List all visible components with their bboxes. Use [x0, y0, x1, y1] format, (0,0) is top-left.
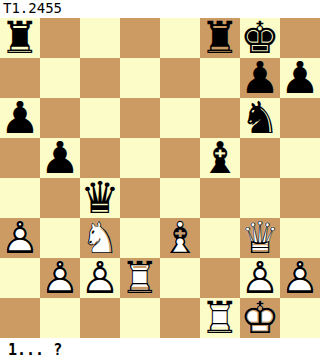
pawn-outline: ♙ [40, 258, 80, 298]
square-f7[interactable] [200, 58, 240, 98]
square-b7[interactable] [40, 58, 80, 98]
square-e1[interactable] [160, 298, 200, 338]
pawn-outline: ♙ [80, 258, 120, 298]
chess-board: ♜♜♚♟♟♟♞♟♝♛♟♙♞♘♝♗♛♕♟♙♟♙♜♖♟♙♟♙♜♖♚♔ [0, 18, 320, 338]
square-b5[interactable]: ♟ [40, 138, 80, 178]
square-d6[interactable] [120, 98, 160, 138]
bishop-outline: ♗ [160, 218, 200, 258]
square-c1[interactable] [80, 298, 120, 338]
square-c8[interactable] [80, 18, 120, 58]
square-b4[interactable] [40, 178, 80, 218]
square-f3[interactable] [200, 218, 240, 258]
square-d2[interactable]: ♜♖ [120, 258, 160, 298]
square-b2[interactable]: ♟♙ [40, 258, 80, 298]
square-d4[interactable] [120, 178, 160, 218]
square-a1[interactable] [0, 298, 40, 338]
black-rook[interactable]: ♜ [0, 18, 40, 58]
white-rook[interactable]: ♜♖ [120, 258, 160, 298]
square-e5[interactable] [160, 138, 200, 178]
square-g5[interactable] [240, 138, 280, 178]
rook-outline: ♖ [200, 298, 240, 338]
square-e6[interactable] [160, 98, 200, 138]
square-f8[interactable]: ♜ [200, 18, 240, 58]
square-b8[interactable] [40, 18, 80, 58]
square-b1[interactable] [40, 298, 80, 338]
white-king[interactable]: ♚♔ [240, 298, 280, 338]
square-d1[interactable] [120, 298, 160, 338]
black-pawn[interactable]: ♟ [0, 98, 40, 138]
black-pawn[interactable]: ♟ [40, 138, 80, 178]
rook-outline: ♖ [120, 258, 160, 298]
white-rook[interactable]: ♜♖ [200, 298, 240, 338]
square-h2[interactable]: ♟♙ [280, 258, 320, 298]
square-a8[interactable]: ♜ [0, 18, 40, 58]
king-outline: ♔ [240, 298, 280, 338]
square-a2[interactable] [0, 258, 40, 298]
square-f1[interactable]: ♜♖ [200, 298, 240, 338]
square-f4[interactable] [200, 178, 240, 218]
square-d5[interactable] [120, 138, 160, 178]
square-f5[interactable]: ♝ [200, 138, 240, 178]
square-d7[interactable] [120, 58, 160, 98]
square-g1[interactable]: ♚♔ [240, 298, 280, 338]
black-pawn[interactable]: ♟ [280, 58, 320, 98]
square-e7[interactable] [160, 58, 200, 98]
square-h4[interactable] [280, 178, 320, 218]
square-c2[interactable]: ♟♙ [80, 258, 120, 298]
pawn-outline: ♙ [0, 218, 40, 258]
square-g6[interactable]: ♞ [240, 98, 280, 138]
square-a6[interactable]: ♟ [0, 98, 40, 138]
square-h1[interactable] [280, 298, 320, 338]
white-bishop[interactable]: ♝♗ [160, 218, 200, 258]
square-h7[interactable]: ♟ [280, 58, 320, 98]
white-pawn[interactable]: ♟♙ [40, 258, 80, 298]
white-pawn[interactable]: ♟♙ [0, 218, 40, 258]
square-e3[interactable]: ♝♗ [160, 218, 200, 258]
black-knight[interactable]: ♞ [240, 98, 280, 138]
white-pawn[interactable]: ♟♙ [80, 258, 120, 298]
square-c7[interactable] [80, 58, 120, 98]
square-a5[interactable] [0, 138, 40, 178]
white-pawn[interactable]: ♟♙ [280, 258, 320, 298]
black-bishop[interactable]: ♝ [200, 138, 240, 178]
square-h5[interactable] [280, 138, 320, 178]
square-e8[interactable] [160, 18, 200, 58]
pawn-outline: ♙ [280, 258, 320, 298]
square-a3[interactable]: ♟♙ [0, 218, 40, 258]
square-e2[interactable] [160, 258, 200, 298]
square-d8[interactable] [120, 18, 160, 58]
square-c6[interactable] [80, 98, 120, 138]
black-rook[interactable]: ♜ [200, 18, 240, 58]
square-h6[interactable] [280, 98, 320, 138]
